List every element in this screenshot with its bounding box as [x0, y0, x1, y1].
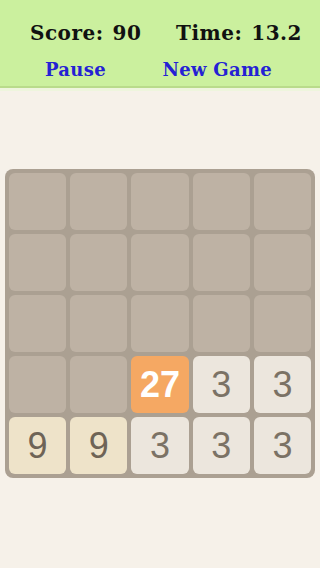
- tile-9: 9: [9, 417, 66, 474]
- board-cell-empty: [9, 295, 66, 352]
- header-bar: Score: 90 Time: 13.2 Pause New Game: [0, 0, 320, 88]
- tile-3: 3: [254, 417, 311, 474]
- time-display: Time: 13.2: [176, 20, 302, 46]
- tile-9: 9: [70, 417, 127, 474]
- score-label: Score:: [30, 20, 104, 46]
- board-cell-empty: [70, 295, 127, 352]
- board-cell-empty: [131, 234, 188, 291]
- score-value: 90: [113, 20, 142, 46]
- board-cell-empty: [70, 173, 127, 230]
- time-label: Time:: [176, 20, 242, 46]
- board-cell-empty: [254, 295, 311, 352]
- tile-3: 3: [254, 356, 311, 413]
- board-cell-empty: [9, 356, 66, 413]
- board-cell-empty: [193, 234, 250, 291]
- tile-3: 3: [193, 356, 250, 413]
- tile-3: 3: [193, 417, 250, 474]
- board-cell-empty: [70, 356, 127, 413]
- board-cell-empty: [254, 234, 311, 291]
- time-value: 13.2: [251, 20, 302, 46]
- button-row: Pause New Game: [0, 58, 320, 80]
- score-display: Score: 90: [30, 20, 141, 46]
- tile-3: 3: [131, 417, 188, 474]
- board-cell-empty: [254, 173, 311, 230]
- pause-button[interactable]: Pause: [45, 58, 106, 80]
- board-cell-empty: [70, 234, 127, 291]
- board-cell-empty: [9, 234, 66, 291]
- board-cell-empty: [9, 173, 66, 230]
- board-cell-empty: [193, 295, 250, 352]
- tile-27: 27: [131, 356, 188, 413]
- board-cell-empty: [131, 295, 188, 352]
- status-row: Score: 90 Time: 13.2: [0, 20, 320, 46]
- game-board[interactable]: 273399333: [5, 169, 315, 478]
- header-divider: [0, 88, 320, 91]
- new-game-button[interactable]: New Game: [162, 58, 272, 80]
- board-cell-empty: [193, 173, 250, 230]
- board-cell-empty: [131, 173, 188, 230]
